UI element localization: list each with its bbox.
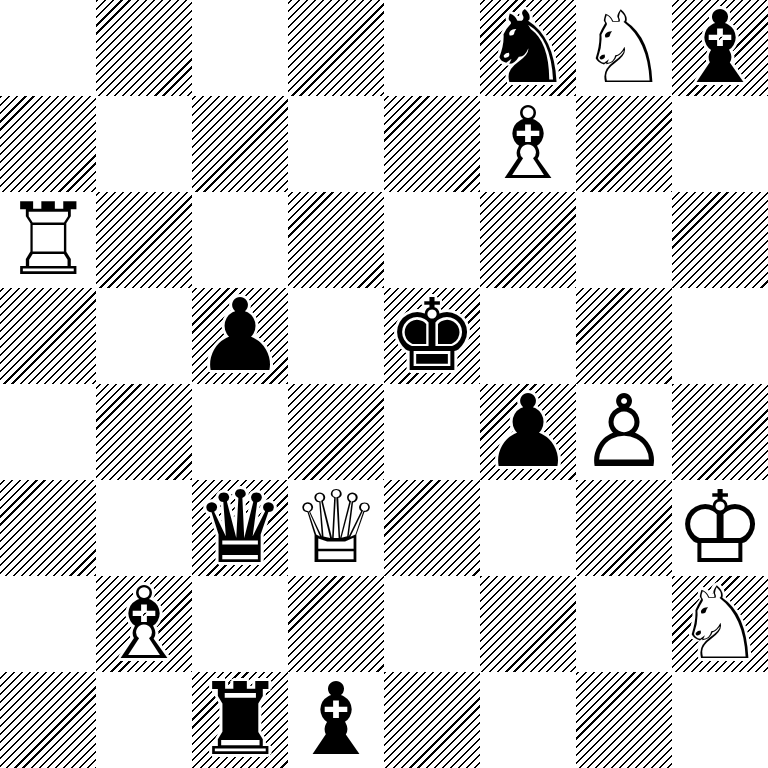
square-e8[interactable] <box>384 0 480 96</box>
square-a6[interactable]: ♜♖ <box>0 192 96 288</box>
square-e2[interactable] <box>384 576 480 672</box>
square-f7[interactable]: ♝♗ <box>480 96 576 192</box>
square-d6[interactable] <box>288 192 384 288</box>
square-c4[interactable] <box>192 384 288 480</box>
square-c7[interactable] <box>192 96 288 192</box>
square-e3[interactable] <box>384 480 480 576</box>
piece-white-pawn[interactable]: ♙ <box>576 384 672 480</box>
piece-black-bishop[interactable]: ♝ <box>672 0 768 96</box>
square-f1[interactable] <box>480 672 576 768</box>
square-a5[interactable] <box>0 288 96 384</box>
square-e4[interactable] <box>384 384 480 480</box>
square-e7[interactable] <box>384 96 480 192</box>
piece-white-bishop[interactable]: ♗ <box>96 576 192 672</box>
square-g7[interactable] <box>576 96 672 192</box>
square-d4[interactable] <box>288 384 384 480</box>
square-d3[interactable]: ♛♕ <box>288 480 384 576</box>
square-f2[interactable] <box>480 576 576 672</box>
piece-black-bishop[interactable]: ♝ <box>288 672 384 768</box>
square-e5[interactable]: ♚♚ <box>384 288 480 384</box>
square-g8[interactable]: ♞♘ <box>576 0 672 96</box>
square-d7[interactable] <box>288 96 384 192</box>
piece-white-knight[interactable]: ♘ <box>672 576 768 672</box>
square-b7[interactable] <box>96 96 192 192</box>
square-g3[interactable] <box>576 480 672 576</box>
square-h4[interactable] <box>672 384 768 480</box>
square-a2[interactable] <box>0 576 96 672</box>
square-g4[interactable]: ♟♙ <box>576 384 672 480</box>
square-a8[interactable] <box>0 0 96 96</box>
square-f5[interactable] <box>480 288 576 384</box>
square-a7[interactable] <box>0 96 96 192</box>
square-h5[interactable] <box>672 288 768 384</box>
piece-white-knight[interactable]: ♘ <box>576 0 672 96</box>
piece-black-pawn[interactable]: ♟ <box>480 384 576 480</box>
piece-black-king[interactable]: ♚ <box>384 288 480 384</box>
square-g5[interactable] <box>576 288 672 384</box>
square-b6[interactable] <box>96 192 192 288</box>
square-a3[interactable] <box>0 480 96 576</box>
piece-black-rook[interactable]: ♜ <box>192 672 288 768</box>
square-f6[interactable] <box>480 192 576 288</box>
piece-white-bishop[interactable]: ♗ <box>480 96 576 192</box>
square-f8[interactable]: ♞♞ <box>480 0 576 96</box>
chess-board: ♞♞♞♘♝♝♝♗♜♖♟♟♚♚♟♟♟♙♛♛♛♕♚♔♝♗♞♘♜♜♝♝ <box>0 0 768 768</box>
square-a4[interactable] <box>0 384 96 480</box>
square-b4[interactable] <box>96 384 192 480</box>
square-h1[interactable] <box>672 672 768 768</box>
square-h6[interactable] <box>672 192 768 288</box>
square-e1[interactable] <box>384 672 480 768</box>
piece-white-queen[interactable]: ♕ <box>288 480 384 576</box>
square-c5[interactable]: ♟♟ <box>192 288 288 384</box>
piece-black-pawn[interactable]: ♟ <box>192 288 288 384</box>
square-f3[interactable] <box>480 480 576 576</box>
square-c6[interactable] <box>192 192 288 288</box>
square-b8[interactable] <box>96 0 192 96</box>
piece-white-rook[interactable]: ♖ <box>0 192 96 288</box>
square-b3[interactable] <box>96 480 192 576</box>
square-b2[interactable]: ♝♗ <box>96 576 192 672</box>
square-h7[interactable] <box>672 96 768 192</box>
square-c8[interactable] <box>192 0 288 96</box>
square-c3[interactable]: ♛♛ <box>192 480 288 576</box>
square-a1[interactable] <box>0 672 96 768</box>
square-g2[interactable] <box>576 576 672 672</box>
piece-white-king[interactable]: ♔ <box>672 480 768 576</box>
square-d8[interactable] <box>288 0 384 96</box>
square-d2[interactable] <box>288 576 384 672</box>
square-e6[interactable] <box>384 192 480 288</box>
square-f4[interactable]: ♟♟ <box>480 384 576 480</box>
square-c1[interactable]: ♜♜ <box>192 672 288 768</box>
piece-black-knight[interactable]: ♞ <box>480 0 576 96</box>
square-g1[interactable] <box>576 672 672 768</box>
square-b5[interactable] <box>96 288 192 384</box>
square-h3[interactable]: ♚♔ <box>672 480 768 576</box>
square-d5[interactable] <box>288 288 384 384</box>
piece-black-queen[interactable]: ♛ <box>192 480 288 576</box>
square-b1[interactable] <box>96 672 192 768</box>
square-h8[interactable]: ♝♝ <box>672 0 768 96</box>
square-g6[interactable] <box>576 192 672 288</box>
square-h2[interactable]: ♞♘ <box>672 576 768 672</box>
square-c2[interactable] <box>192 576 288 672</box>
square-d1[interactable]: ♝♝ <box>288 672 384 768</box>
